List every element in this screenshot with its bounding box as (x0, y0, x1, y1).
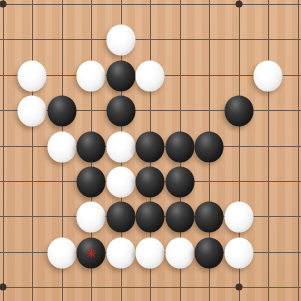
white-stone (165, 237, 194, 268)
white-stone (77, 60, 106, 91)
black-stone (165, 202, 194, 233)
white-stone (47, 131, 76, 162)
grid-line-horizontal (0, 39, 301, 40)
white-stone (106, 167, 135, 198)
white-stone (47, 237, 76, 268)
white-stone (77, 202, 106, 233)
white-stone (18, 60, 47, 91)
white-stone (224, 237, 253, 268)
grid-line-vertical (298, 0, 299, 301)
white-stone (106, 131, 135, 162)
black-stone (106, 202, 135, 233)
last-move-marker: ✳ (86, 246, 97, 259)
star-point (235, 1, 242, 8)
grid-line-vertical (32, 0, 33, 301)
star-point (235, 284, 242, 291)
star-point (0, 1, 6, 8)
star-point (0, 284, 6, 291)
black-stone (195, 131, 224, 162)
white-stone (224, 202, 253, 233)
game-board[interactable]: ✳ (0, 0, 301, 301)
white-stone (136, 60, 165, 91)
black-stone (77, 131, 106, 162)
black-stone (136, 167, 165, 198)
black-stone (106, 60, 135, 91)
grid-line-vertical (268, 0, 269, 301)
black-stone (47, 96, 76, 127)
black-stone (195, 202, 224, 233)
black-stone (106, 96, 135, 127)
black-stone (77, 167, 106, 198)
white-stone (106, 25, 135, 56)
white-stone (136, 237, 165, 268)
white-stone (254, 60, 283, 91)
grid-line-vertical (3, 0, 4, 301)
black-stone (195, 237, 224, 268)
black-stone (224, 96, 253, 127)
black-stone (136, 131, 165, 162)
white-stone (18, 96, 47, 127)
black-stone: ✳ (77, 237, 106, 268)
black-stone (136, 202, 165, 233)
grid-line-horizontal (0, 4, 301, 5)
grid-line-horizontal (0, 287, 301, 288)
black-stone (165, 131, 194, 162)
black-stone (165, 167, 194, 198)
white-stone (106, 237, 135, 268)
